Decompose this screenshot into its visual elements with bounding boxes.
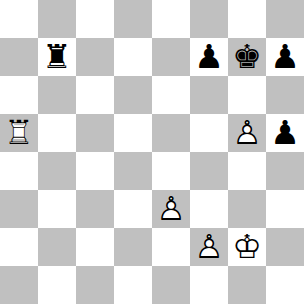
square-a6[interactable] (0, 76, 38, 114)
square-a8[interactable] (0, 0, 38, 38)
square-e3[interactable]: ♟♙ (152, 190, 190, 228)
square-b8[interactable] (38, 0, 76, 38)
white-pawn-icon[interactable]: ♟♙ (228, 114, 266, 152)
black-pawn-icon[interactable]: ♟ (190, 38, 228, 76)
square-c6[interactable] (76, 76, 114, 114)
square-d8[interactable] (114, 0, 152, 38)
square-c5[interactable] (76, 114, 114, 152)
black-king-icon[interactable]: ♚ (228, 38, 266, 76)
square-f7[interactable]: ♟ (190, 38, 228, 76)
square-f8[interactable] (190, 0, 228, 38)
square-c1[interactable] (76, 266, 114, 304)
white-pawn-outline: ♙ (228, 114, 266, 152)
square-c4[interactable] (76, 152, 114, 190)
square-f4[interactable] (190, 152, 228, 190)
white-pawn-outline: ♙ (152, 190, 190, 228)
square-f2[interactable]: ♟♙ (190, 228, 228, 266)
square-h3[interactable] (266, 190, 304, 228)
square-h2[interactable] (266, 228, 304, 266)
square-h1[interactable] (266, 266, 304, 304)
square-f1[interactable] (190, 266, 228, 304)
black-rook-icon[interactable]: ♜ (38, 38, 76, 76)
square-b6[interactable] (38, 76, 76, 114)
chess-board: ♜♟♚♟♜♖♟♙♟♟♙♟♙♚♔ (0, 0, 304, 304)
square-c8[interactable] (76, 0, 114, 38)
square-e2[interactable] (152, 228, 190, 266)
white-king-icon[interactable]: ♚♔ (228, 228, 266, 266)
square-d7[interactable] (114, 38, 152, 76)
square-d2[interactable] (114, 228, 152, 266)
square-e5[interactable] (152, 114, 190, 152)
square-f5[interactable] (190, 114, 228, 152)
square-g2[interactable]: ♚♔ (228, 228, 266, 266)
square-e4[interactable] (152, 152, 190, 190)
square-c2[interactable] (76, 228, 114, 266)
square-b7[interactable]: ♜ (38, 38, 76, 76)
white-pawn-outline: ♙ (190, 228, 228, 266)
square-f3[interactable] (190, 190, 228, 228)
white-pawn-icon[interactable]: ♟♙ (190, 228, 228, 266)
square-b5[interactable] (38, 114, 76, 152)
white-king-outline: ♔ (228, 228, 266, 266)
square-a2[interactable] (0, 228, 38, 266)
square-d6[interactable] (114, 76, 152, 114)
square-g6[interactable] (228, 76, 266, 114)
square-h7[interactable]: ♟ (266, 38, 304, 76)
white-rook-outline: ♖ (0, 114, 38, 152)
square-h5[interactable]: ♟ (266, 114, 304, 152)
square-a1[interactable] (0, 266, 38, 304)
square-e8[interactable] (152, 0, 190, 38)
square-h8[interactable] (266, 0, 304, 38)
square-c7[interactable] (76, 38, 114, 76)
white-rook-icon[interactable]: ♜♖ (0, 114, 38, 152)
square-d3[interactable] (114, 190, 152, 228)
square-g8[interactable] (228, 0, 266, 38)
square-d4[interactable] (114, 152, 152, 190)
square-b2[interactable] (38, 228, 76, 266)
square-f6[interactable] (190, 76, 228, 114)
square-e1[interactable] (152, 266, 190, 304)
black-pawn-icon[interactable]: ♟ (266, 38, 304, 76)
square-a5[interactable]: ♜♖ (0, 114, 38, 152)
square-e6[interactable] (152, 76, 190, 114)
square-g1[interactable] (228, 266, 266, 304)
square-b3[interactable] (38, 190, 76, 228)
white-pawn-icon[interactable]: ♟♙ (152, 190, 190, 228)
square-d5[interactable] (114, 114, 152, 152)
square-c3[interactable] (76, 190, 114, 228)
square-g5[interactable]: ♟♙ (228, 114, 266, 152)
square-a3[interactable] (0, 190, 38, 228)
black-pawn-icon[interactable]: ♟ (266, 114, 304, 152)
square-g4[interactable] (228, 152, 266, 190)
square-a4[interactable] (0, 152, 38, 190)
square-g7[interactable]: ♚ (228, 38, 266, 76)
square-h4[interactable] (266, 152, 304, 190)
square-b4[interactable] (38, 152, 76, 190)
square-e7[interactable] (152, 38, 190, 76)
square-g3[interactable] (228, 190, 266, 228)
square-h6[interactable] (266, 76, 304, 114)
square-a7[interactable] (0, 38, 38, 76)
square-b1[interactable] (38, 266, 76, 304)
square-d1[interactable] (114, 266, 152, 304)
